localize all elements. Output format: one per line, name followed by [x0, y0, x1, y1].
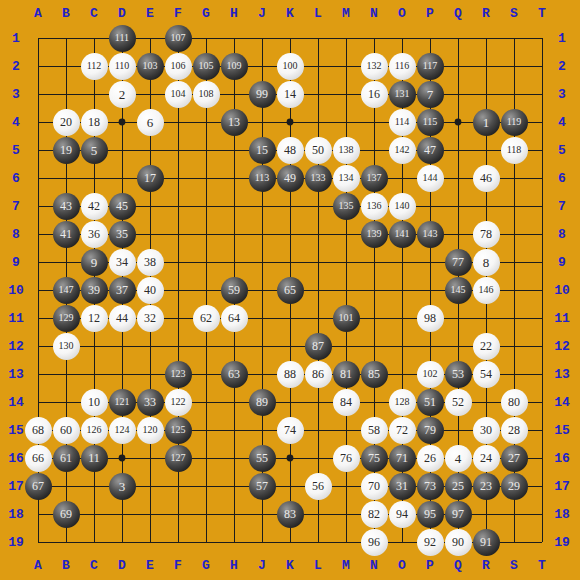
stone-N13: 85 — [361, 361, 388, 388]
column-label-bottom: F — [174, 558, 182, 573]
stone-C16: 11 — [81, 445, 108, 472]
stone-D2: 110 — [109, 53, 136, 80]
stone-N8: 139 — [361, 221, 388, 248]
stone-E4: 6 — [137, 109, 164, 136]
stone-D3: 2 — [109, 81, 136, 108]
row-label-left: 15 — [8, 423, 24, 438]
row-label-left: 13 — [8, 367, 24, 382]
stone-J16: 55 — [249, 445, 276, 472]
stone-N19: 96 — [361, 529, 388, 556]
column-label-top: E — [146, 6, 154, 21]
column-label-top: A — [34, 6, 42, 21]
stone-O14: 128 — [389, 389, 416, 416]
stone-L5: 50 — [305, 137, 332, 164]
column-label-bottom: H — [230, 558, 238, 573]
star-point — [287, 455, 294, 462]
stone-F16: 127 — [165, 445, 192, 472]
stone-P15: 79 — [417, 417, 444, 444]
column-label-top: R — [482, 6, 490, 21]
stone-O2: 116 — [389, 53, 416, 80]
row-label-left: 16 — [8, 451, 24, 466]
stone-R19: 91 — [473, 529, 500, 556]
stone-O18: 94 — [389, 501, 416, 528]
stone-S16: 27 — [501, 445, 528, 472]
stone-M6: 134 — [333, 165, 360, 192]
stone-A16: 66 — [25, 445, 52, 472]
column-label-top: D — [118, 6, 126, 21]
stone-E15: 120 — [137, 417, 164, 444]
stone-P6: 144 — [417, 165, 444, 192]
stone-D10: 37 — [109, 277, 136, 304]
column-label-top: S — [510, 6, 518, 21]
stone-M5: 138 — [333, 137, 360, 164]
star-point — [455, 119, 462, 126]
column-label-top: L — [314, 6, 322, 21]
row-label-right: 5 — [558, 143, 566, 158]
row-label-right: 16 — [554, 451, 570, 466]
stone-P18: 95 — [417, 501, 444, 528]
stone-C4: 18 — [81, 109, 108, 136]
stone-D17: 3 — [109, 473, 136, 500]
column-label-bottom: Q — [454, 558, 462, 573]
stone-P2: 117 — [417, 53, 444, 80]
stone-A17: 67 — [25, 473, 52, 500]
column-label-top: M — [342, 6, 350, 21]
stone-Q19: 90 — [445, 529, 472, 556]
go-board[interactable]: AABBCCDDEEFFGGHHJJKKLLMMNNOOPPQQRRSSTT11… — [0, 0, 580, 580]
row-label-right: 12 — [554, 339, 570, 354]
row-label-right: 13 — [554, 367, 570, 382]
stone-M14: 84 — [333, 389, 360, 416]
stone-O15: 72 — [389, 417, 416, 444]
stone-H10: 59 — [221, 277, 248, 304]
row-label-left: 8 — [12, 227, 20, 242]
stone-B15: 60 — [53, 417, 80, 444]
row-label-right: 17 — [554, 479, 570, 494]
stone-H2: 109 — [221, 53, 248, 80]
column-label-bottom: C — [90, 558, 98, 573]
stone-M13: 81 — [333, 361, 360, 388]
column-label-top: Q — [454, 6, 462, 21]
row-label-left: 17 — [8, 479, 24, 494]
row-label-left: 3 — [12, 87, 20, 102]
stone-L17: 56 — [305, 473, 332, 500]
row-label-left: 12 — [8, 339, 24, 354]
row-label-left: 11 — [8, 311, 24, 326]
row-label-right: 2 — [558, 59, 566, 74]
stone-B12: 130 — [53, 333, 80, 360]
row-label-left: 14 — [8, 395, 24, 410]
row-label-right: 18 — [554, 507, 570, 522]
column-label-bottom: K — [286, 558, 294, 573]
stone-D1: 111 — [109, 25, 136, 52]
stone-O3: 131 — [389, 81, 416, 108]
stone-P3: 7 — [417, 81, 444, 108]
stone-N6: 137 — [361, 165, 388, 192]
row-label-right: 9 — [558, 255, 566, 270]
column-label-bottom: D — [118, 558, 126, 573]
row-label-right: 7 — [558, 199, 566, 214]
row-label-right: 6 — [558, 171, 566, 186]
column-label-bottom: O — [398, 558, 406, 573]
stone-J3: 99 — [249, 81, 276, 108]
stone-N18: 82 — [361, 501, 388, 528]
stone-A15: 68 — [25, 417, 52, 444]
stone-H11: 64 — [221, 305, 248, 332]
row-label-right: 14 — [554, 395, 570, 410]
stone-D14: 121 — [109, 389, 136, 416]
stone-M11: 101 — [333, 305, 360, 332]
stone-Q10: 145 — [445, 277, 472, 304]
stone-S5: 118 — [501, 137, 528, 164]
stone-C15: 126 — [81, 417, 108, 444]
star-point — [287, 119, 294, 126]
row-label-right: 8 — [558, 227, 566, 242]
stone-B5: 19 — [53, 137, 80, 164]
stone-B4: 20 — [53, 109, 80, 136]
stone-L13: 86 — [305, 361, 332, 388]
stone-D7: 45 — [109, 193, 136, 220]
stone-Q16: 4 — [445, 445, 472, 472]
stone-Q13: 53 — [445, 361, 472, 388]
row-label-left: 4 — [12, 115, 20, 130]
row-label-right: 10 — [554, 283, 570, 298]
stone-O17: 31 — [389, 473, 416, 500]
column-label-top: G — [202, 6, 210, 21]
row-label-left: 18 — [8, 507, 24, 522]
column-label-top: F — [174, 6, 182, 21]
stone-B11: 129 — [53, 305, 80, 332]
row-label-left: 2 — [12, 59, 20, 74]
stone-C11: 12 — [81, 305, 108, 332]
stone-G2: 105 — [193, 53, 220, 80]
stone-H13: 63 — [221, 361, 248, 388]
stone-O8: 141 — [389, 221, 416, 248]
stone-N7: 136 — [361, 193, 388, 220]
stone-P16: 26 — [417, 445, 444, 472]
stone-N3: 16 — [361, 81, 388, 108]
stone-E11: 32 — [137, 305, 164, 332]
stone-L12: 87 — [305, 333, 332, 360]
stone-K13: 88 — [277, 361, 304, 388]
star-point — [119, 119, 126, 126]
column-label-top: K — [286, 6, 294, 21]
star-point — [119, 455, 126, 462]
stone-E9: 38 — [137, 249, 164, 276]
column-label-bottom: B — [62, 558, 70, 573]
row-label-left: 10 — [8, 283, 24, 298]
column-label-bottom: T — [538, 558, 546, 573]
column-label-top: P — [426, 6, 434, 21]
row-label-right: 11 — [554, 311, 570, 326]
stone-F14: 122 — [165, 389, 192, 416]
column-label-top: H — [230, 6, 238, 21]
column-label-bottom: M — [342, 558, 350, 573]
column-label-bottom: E — [146, 558, 154, 573]
stone-D9: 34 — [109, 249, 136, 276]
stone-N15: 58 — [361, 417, 388, 444]
stone-S14: 80 — [501, 389, 528, 416]
row-label-left: 7 — [12, 199, 20, 214]
row-label-left: 6 — [12, 171, 20, 186]
stone-R12: 22 — [473, 333, 500, 360]
stone-E14: 33 — [137, 389, 164, 416]
stone-K18: 83 — [277, 501, 304, 528]
stone-S4: 119 — [501, 109, 528, 136]
stone-P14: 51 — [417, 389, 444, 416]
stone-Q9: 77 — [445, 249, 472, 276]
stone-F3: 104 — [165, 81, 192, 108]
row-label-right: 15 — [554, 423, 570, 438]
row-label-left: 5 — [12, 143, 20, 158]
stone-Q18: 97 — [445, 501, 472, 528]
stone-C8: 36 — [81, 221, 108, 248]
stone-N2: 132 — [361, 53, 388, 80]
column-label-top: N — [370, 6, 378, 21]
stone-B10: 147 — [53, 277, 80, 304]
stone-Q14: 52 — [445, 389, 472, 416]
stone-P11: 98 — [417, 305, 444, 332]
column-label-bottom: L — [314, 558, 322, 573]
stone-P8: 143 — [417, 221, 444, 248]
stone-R15: 30 — [473, 417, 500, 444]
stone-O4: 114 — [389, 109, 416, 136]
stone-C7: 42 — [81, 193, 108, 220]
column-label-bottom: J — [258, 558, 266, 573]
stone-C5: 5 — [81, 137, 108, 164]
row-label-left: 19 — [8, 535, 24, 550]
stone-B16: 61 — [53, 445, 80, 472]
stone-C10: 39 — [81, 277, 108, 304]
column-label-top: J — [258, 6, 266, 21]
column-label-top: B — [62, 6, 70, 21]
stone-R4: 1 — [473, 109, 500, 136]
stone-E6: 17 — [137, 165, 164, 192]
stone-J5: 15 — [249, 137, 276, 164]
stone-F15: 125 — [165, 417, 192, 444]
row-label-right: 1 — [558, 31, 566, 46]
stone-H4: 13 — [221, 109, 248, 136]
stone-D8: 35 — [109, 221, 136, 248]
stone-K6: 49 — [277, 165, 304, 192]
column-label-bottom: R — [482, 558, 490, 573]
stone-J6: 113 — [249, 165, 276, 192]
stone-R17: 23 — [473, 473, 500, 500]
stone-F1: 107 — [165, 25, 192, 52]
row-label-right: 4 — [558, 115, 566, 130]
stone-O7: 140 — [389, 193, 416, 220]
stone-N16: 75 — [361, 445, 388, 472]
row-label-left: 9 — [12, 255, 20, 270]
column-label-top: O — [398, 6, 406, 21]
stone-N17: 70 — [361, 473, 388, 500]
stone-B7: 43 — [53, 193, 80, 220]
stone-P4: 115 — [417, 109, 444, 136]
stone-O5: 142 — [389, 137, 416, 164]
column-label-top: C — [90, 6, 98, 21]
stone-F13: 123 — [165, 361, 192, 388]
column-label-top: T — [538, 6, 546, 21]
row-label-right: 19 — [554, 535, 570, 550]
stone-G3: 108 — [193, 81, 220, 108]
stone-C9: 9 — [81, 249, 108, 276]
stone-K2: 100 — [277, 53, 304, 80]
stone-D11: 44 — [109, 305, 136, 332]
stone-L6: 133 — [305, 165, 332, 192]
stone-R10: 146 — [473, 277, 500, 304]
stone-R8: 78 — [473, 221, 500, 248]
stone-S15: 28 — [501, 417, 528, 444]
column-label-bottom: A — [34, 558, 42, 573]
column-label-bottom: N — [370, 558, 378, 573]
stone-J17: 57 — [249, 473, 276, 500]
stone-S17: 29 — [501, 473, 528, 500]
stone-C2: 112 — [81, 53, 108, 80]
column-label-bottom: G — [202, 558, 210, 573]
stone-R6: 46 — [473, 165, 500, 192]
stone-K3: 14 — [277, 81, 304, 108]
stone-P13: 102 — [417, 361, 444, 388]
stone-O16: 71 — [389, 445, 416, 472]
stone-P17: 73 — [417, 473, 444, 500]
stone-R13: 54 — [473, 361, 500, 388]
stone-K5: 48 — [277, 137, 304, 164]
row-label-left: 1 — [12, 31, 20, 46]
stone-P5: 47 — [417, 137, 444, 164]
stone-E10: 40 — [137, 277, 164, 304]
stone-K15: 74 — [277, 417, 304, 444]
stone-P19: 92 — [417, 529, 444, 556]
stone-B18: 69 — [53, 501, 80, 528]
column-label-bottom: S — [510, 558, 518, 573]
stone-M16: 76 — [333, 445, 360, 472]
stone-E2: 103 — [137, 53, 164, 80]
stone-G11: 62 — [193, 305, 220, 332]
stone-J14: 89 — [249, 389, 276, 416]
stone-D15: 124 — [109, 417, 136, 444]
stone-F2: 106 — [165, 53, 192, 80]
stone-K10: 65 — [277, 277, 304, 304]
stone-R16: 24 — [473, 445, 500, 472]
stone-M7: 135 — [333, 193, 360, 220]
row-label-right: 3 — [558, 87, 566, 102]
stone-B8: 41 — [53, 221, 80, 248]
stone-R9: 8 — [473, 249, 500, 276]
stone-C14: 10 — [81, 389, 108, 416]
column-label-bottom: P — [426, 558, 434, 573]
stone-Q17: 25 — [445, 473, 472, 500]
